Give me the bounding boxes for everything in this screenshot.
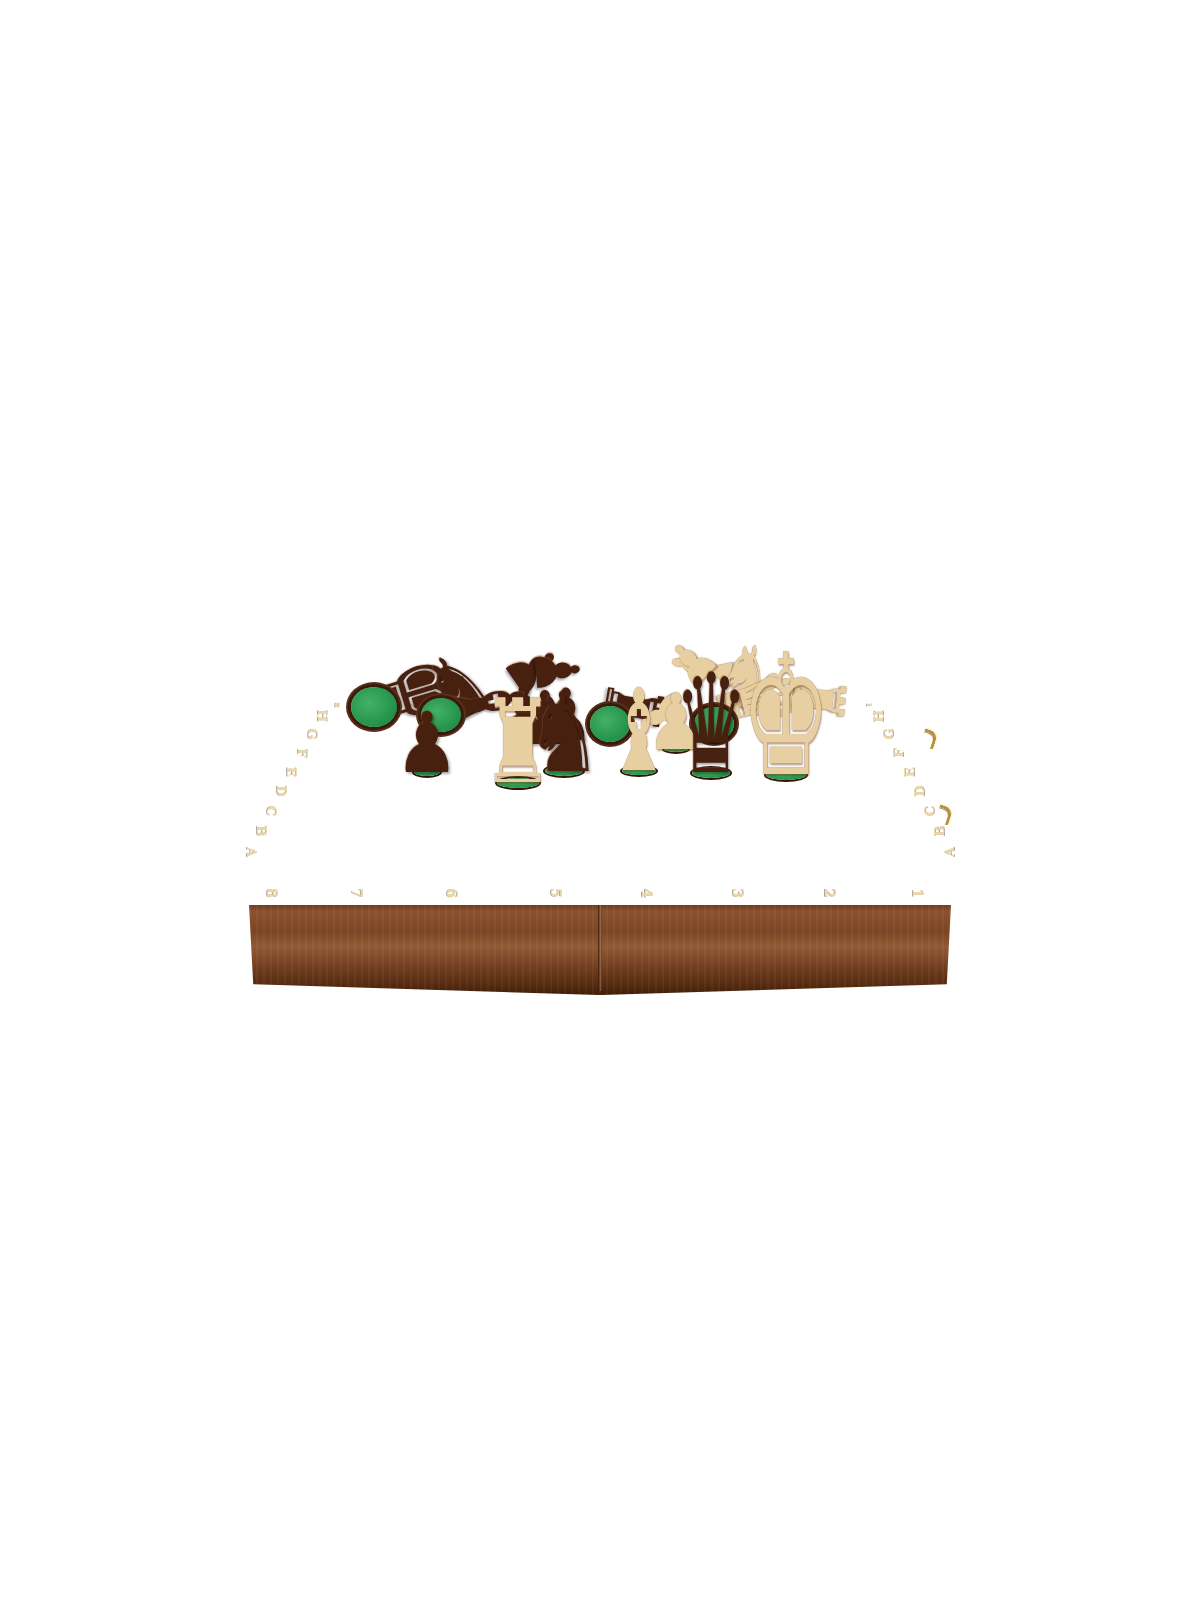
- square-d8: [305, 799, 382, 820]
- file-label-right-C: C: [923, 806, 936, 816]
- piece-dark-knight: ♞: [526, 678, 603, 788]
- brass-clasp: [935, 804, 954, 825]
- file-label-left-D: D: [275, 785, 288, 796]
- square-f8: [314, 758, 389, 778]
- square-b4: [600, 843, 676, 866]
- square-a4: [600, 866, 677, 889]
- piece-dark-queen: ♛: [674, 656, 748, 794]
- square-c5: [525, 821, 600, 843]
- file-label-right-B: B: [933, 826, 946, 837]
- file-label-left-H: H: [316, 710, 329, 722]
- square-b1: [825, 843, 904, 866]
- rank-label-front-7: 7: [350, 888, 364, 898]
- square-c4: [600, 821, 675, 843]
- square-b5: [524, 843, 600, 866]
- square-d7: [379, 799, 455, 820]
- rank-label-front-8: 8: [265, 888, 279, 898]
- rank-label-front-5: 5: [549, 888, 563, 898]
- square-a7: [368, 866, 448, 889]
- brass-clasp: [920, 728, 939, 749]
- file-label-right-D: D: [913, 785, 926, 796]
- square-d4: [600, 799, 674, 820]
- square-b3: [675, 843, 752, 866]
- square-b2: [750, 843, 828, 866]
- square-e8: [309, 779, 385, 800]
- square-a3: [676, 866, 754, 889]
- square-a1: [828, 866, 909, 889]
- file-label-left-A: A: [245, 847, 258, 857]
- file-label-left-C: C: [265, 806, 278, 816]
- file-label-left-G: G: [306, 728, 319, 739]
- felt-base: [351, 687, 397, 727]
- file-label-left-E: E: [285, 767, 298, 777]
- file-label-right-F: F: [892, 748, 905, 757]
- file-label-right-H: H: [872, 710, 885, 722]
- rank-label-back-8: 8: [334, 702, 342, 708]
- square-c1: [822, 821, 900, 843]
- square-a6: [446, 866, 524, 889]
- square-c6: [450, 821, 526, 843]
- file-label-left-B: B: [255, 826, 268, 837]
- rank-label-front-6: 6: [445, 888, 459, 898]
- square-g8: [318, 739, 392, 759]
- rank-label-back-1: 1: [866, 702, 874, 708]
- rank-label-front-4: 4: [640, 888, 654, 898]
- rank-label-front-3: 3: [731, 888, 745, 898]
- square-a8: [291, 866, 372, 889]
- square-c8: [301, 821, 379, 843]
- product-photo-stage: HGFEDCBAHGFEDCBA8765432187654321 ♟♟♟♟♟♚♞…: [0, 0, 1200, 1600]
- file-label-right-E: E: [903, 767, 916, 777]
- rank-label-front-1: 1: [911, 888, 925, 898]
- file-label-right-A: A: [943, 847, 956, 857]
- square-b6: [448, 843, 525, 866]
- square-c7: [375, 821, 452, 843]
- square-c3: [674, 821, 750, 843]
- file-label-left-F: F: [296, 748, 309, 757]
- fold-seam-side: [598, 905, 602, 991]
- square-a5: [523, 866, 600, 889]
- square-c2: [748, 821, 825, 843]
- square-b8: [296, 843, 376, 866]
- square-a2: [752, 866, 831, 889]
- square-b7: [372, 843, 450, 866]
- piece-dark-pawn: ♟: [395, 701, 459, 785]
- piece-white-king: ♚: [741, 632, 831, 800]
- file-label-right-G: G: [882, 728, 895, 739]
- rank-label-front-2: 2: [823, 888, 837, 898]
